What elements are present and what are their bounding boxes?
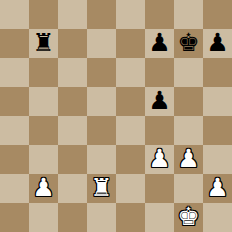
chess-board: ♜♟♚♟♟♟♟♟♜♟♚: [0, 0, 232, 232]
square-f6[interactable]: [145, 58, 174, 87]
white-king[interactable]: ♚: [177, 202, 199, 231]
square-d8[interactable]: [87, 0, 116, 29]
square-e3[interactable]: [116, 145, 145, 174]
square-e5[interactable]: [116, 87, 145, 116]
square-c6[interactable]: [58, 58, 87, 87]
square-f8[interactable]: [145, 0, 174, 29]
square-f2[interactable]: [145, 174, 174, 203]
square-f4[interactable]: [145, 116, 174, 145]
square-c7[interactable]: [58, 29, 87, 58]
square-h5[interactable]: [203, 87, 232, 116]
square-c2[interactable]: [58, 174, 87, 203]
white-pawn[interactable]: ♟: [148, 144, 170, 173]
square-a2[interactable]: [0, 174, 29, 203]
square-h4[interactable]: [203, 116, 232, 145]
square-g6[interactable]: [174, 58, 203, 87]
square-b2[interactable]: ♟: [29, 174, 58, 203]
square-e2[interactable]: [116, 174, 145, 203]
square-d5[interactable]: [87, 87, 116, 116]
square-c8[interactable]: [58, 0, 87, 29]
square-b8[interactable]: [29, 0, 58, 29]
square-f5[interactable]: ♟: [145, 87, 174, 116]
square-h6[interactable]: [203, 58, 232, 87]
square-g1[interactable]: ♚: [174, 203, 203, 232]
square-b1[interactable]: [29, 203, 58, 232]
square-b7[interactable]: ♜: [29, 29, 58, 58]
square-a1[interactable]: [0, 203, 29, 232]
black-king[interactable]: ♚: [177, 28, 199, 57]
white-pawn[interactable]: ♟: [32, 173, 54, 202]
square-e6[interactable]: [116, 58, 145, 87]
square-g5[interactable]: [174, 87, 203, 116]
square-a7[interactable]: [0, 29, 29, 58]
square-g8[interactable]: [174, 0, 203, 29]
square-c5[interactable]: [58, 87, 87, 116]
square-e1[interactable]: [116, 203, 145, 232]
square-g3[interactable]: ♟: [174, 145, 203, 174]
square-c1[interactable]: [58, 203, 87, 232]
square-f3[interactable]: ♟: [145, 145, 174, 174]
square-d4[interactable]: [87, 116, 116, 145]
black-pawn[interactable]: ♟: [148, 86, 170, 115]
black-pawn[interactable]: ♟: [206, 28, 228, 57]
square-d2[interactable]: ♜: [87, 174, 116, 203]
square-f7[interactable]: ♟: [145, 29, 174, 58]
square-a4[interactable]: [0, 116, 29, 145]
white-rook[interactable]: ♜: [90, 173, 112, 202]
square-h3[interactable]: [203, 145, 232, 174]
square-d1[interactable]: [87, 203, 116, 232]
square-h1[interactable]: [203, 203, 232, 232]
square-a3[interactable]: [0, 145, 29, 174]
square-h7[interactable]: ♟: [203, 29, 232, 58]
black-pawn[interactable]: ♟: [148, 28, 170, 57]
square-b6[interactable]: [29, 58, 58, 87]
square-e7[interactable]: [116, 29, 145, 58]
square-h2[interactable]: ♟: [203, 174, 232, 203]
square-h8[interactable]: [203, 0, 232, 29]
square-g2[interactable]: [174, 174, 203, 203]
white-pawn[interactable]: ♟: [206, 173, 228, 202]
white-pawn[interactable]: ♟: [177, 144, 199, 173]
square-b3[interactable]: [29, 145, 58, 174]
square-a5[interactable]: [0, 87, 29, 116]
square-e8[interactable]: [116, 0, 145, 29]
square-a8[interactable]: [0, 0, 29, 29]
square-d6[interactable]: [87, 58, 116, 87]
square-a6[interactable]: [0, 58, 29, 87]
square-b4[interactable]: [29, 116, 58, 145]
square-g7[interactable]: ♚: [174, 29, 203, 58]
square-c4[interactable]: [58, 116, 87, 145]
square-d3[interactable]: [87, 145, 116, 174]
square-b5[interactable]: [29, 87, 58, 116]
square-f1[interactable]: [145, 203, 174, 232]
black-rook[interactable]: ♜: [32, 28, 54, 57]
square-c3[interactable]: [58, 145, 87, 174]
square-g4[interactable]: [174, 116, 203, 145]
square-d7[interactable]: [87, 29, 116, 58]
square-e4[interactable]: [116, 116, 145, 145]
